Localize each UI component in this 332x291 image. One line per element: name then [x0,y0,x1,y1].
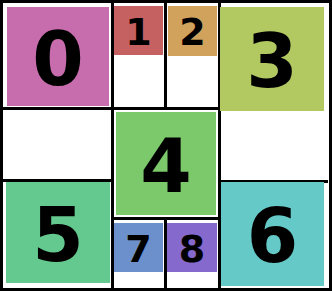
tile-digit: 0 [32,22,84,96]
tile-digit: 5 [32,198,84,272]
tile-1[interactable]: 1 [114,6,163,55]
tile-digit: 3 [246,24,298,98]
tile-4[interactable]: 4 [116,112,216,215]
tile-3[interactable]: 3 [220,7,324,111]
tile-digit: 7 [125,230,151,268]
tile-7[interactable]: 7 [114,223,163,272]
tile-6[interactable]: 6 [221,182,324,286]
tile-digit: 1 [125,13,151,51]
tile-5[interactable]: 5 [6,182,110,283]
tile-digit: 8 [179,230,205,268]
tile-0[interactable]: 0 [7,7,109,106]
v-line-mid-top [164,3,167,110]
h-line-mid-center [114,217,218,220]
tile-digit: 4 [140,129,192,203]
tile-8[interactable]: 8 [167,223,217,272]
h-line-top-left [3,107,218,110]
tile-digit: 6 [247,199,299,273]
tile-digit: 2 [179,13,205,51]
puzzle-board: 012345678 [0,0,332,291]
tile-2[interactable]: 2 [168,6,217,56]
